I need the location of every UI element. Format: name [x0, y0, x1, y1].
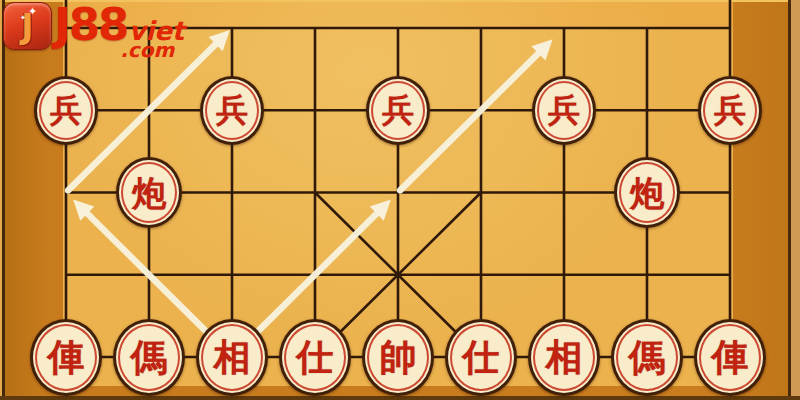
piece-soldier[interactable]: 兵 [200, 76, 264, 145]
piece-chariot[interactable]: 俥 [694, 319, 766, 396]
piece-advisor[interactable]: 仕 [279, 319, 351, 396]
piece-cannon[interactable]: 炮 [116, 157, 182, 228]
sparkle-icon: ✦ [28, 6, 37, 17]
piece-glyph: 兵 [216, 94, 248, 126]
logo-text: J88viet .com [54, 2, 184, 60]
piece-glyph: 相 [214, 339, 251, 376]
piece-elephant[interactable]: 相 [196, 319, 268, 396]
piece-glyph: 兵 [714, 94, 746, 126]
piece-glyph: 炮 [132, 176, 166, 210]
logo-domain: .com [120, 38, 174, 62]
logo-icon: J ✦ ✦ [3, 2, 52, 50]
piece-general[interactable]: 帥 [362, 319, 434, 396]
xiangqi-scene: 兵兵兵兵兵炮炮俥傌相仕帥仕相傌俥 J ✦ ✦ J88viet .com [0, 0, 800, 400]
logo-brand: J88 [54, 2, 127, 47]
piece-glyph: 仕 [463, 339, 500, 376]
piece-horse[interactable]: 傌 [113, 319, 185, 396]
piece-soldier[interactable]: 兵 [532, 76, 596, 145]
piece-soldier[interactable]: 兵 [698, 76, 762, 145]
piece-horse[interactable]: 傌 [611, 319, 683, 396]
piece-glyph: 相 [546, 339, 583, 376]
sparkle-icon: ✦ [20, 15, 26, 22]
piece-soldier[interactable]: 兵 [34, 76, 98, 145]
piece-glyph: 兵 [382, 94, 414, 126]
piece-chariot[interactable]: 俥 [30, 319, 102, 396]
piece-advisor[interactable]: 仕 [445, 319, 517, 396]
piece-elephant[interactable]: 相 [528, 319, 600, 396]
piece-soldier[interactable]: 兵 [366, 76, 430, 145]
piece-glyph: 兵 [548, 94, 580, 126]
piece-glyph: 傌 [629, 339, 666, 376]
watermark-logo: J ✦ ✦ J88viet .com [3, 2, 184, 60]
piece-glyph: 傌 [131, 339, 168, 376]
piece-glyph: 帥 [380, 339, 417, 376]
piece-glyph: 炮 [630, 176, 664, 210]
piece-cannon[interactable]: 炮 [614, 157, 680, 228]
piece-glyph: 俥 [712, 339, 749, 376]
piece-glyph: 俥 [48, 339, 85, 376]
piece-glyph: 仕 [297, 339, 334, 376]
piece-glyph: 兵 [50, 94, 82, 126]
